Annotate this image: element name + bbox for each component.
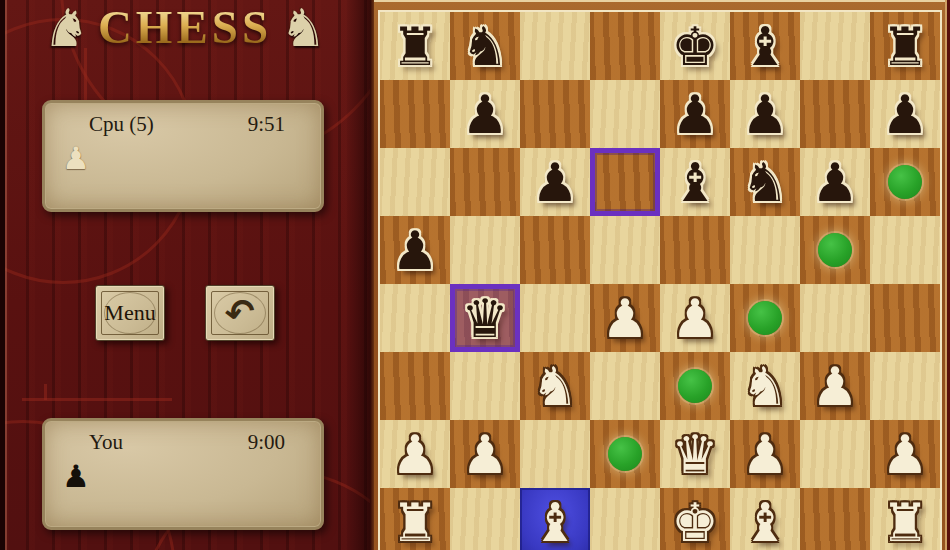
white-rook: ♜: [391, 496, 439, 549]
square-f6[interactable]: ♞: [730, 148, 800, 216]
square-g6[interactable]: ♟: [800, 148, 870, 216]
you-panel-header: You 9:00: [45, 421, 321, 455]
square-d5[interactable]: [590, 216, 660, 284]
white-rook: ♜: [881, 496, 929, 549]
move-hint-dot: [748, 301, 782, 335]
square-e1[interactable]: ♚: [660, 488, 730, 550]
white-king: ♚: [671, 496, 719, 549]
square-a1[interactable]: ♜: [380, 488, 450, 550]
black-pawn: ♟: [741, 88, 789, 141]
cpu-player-name: Cpu (5): [89, 112, 154, 137]
black-pawn: ♟: [671, 88, 719, 141]
square-f7[interactable]: ♟: [730, 80, 800, 148]
chess-board: ♜♞♚♝♜♟♟♟♟♟♝♞♟♟♛♟♟♞♞♟♟♟♛♟♟♜♝♚♝♜: [370, 0, 950, 550]
black-bishop: ♝: [741, 20, 789, 73]
square-d3[interactable]: [590, 352, 660, 420]
square-d1[interactable]: [590, 488, 660, 550]
captured-black-pawn-icon: ♟: [62, 458, 90, 494]
square-e3[interactable]: [660, 352, 730, 420]
move-hint-dot: [608, 437, 642, 471]
square-e8[interactable]: ♚: [660, 12, 730, 80]
square-c8[interactable]: [520, 12, 590, 80]
knight-logo-left-icon: ♞: [43, 2, 90, 54]
black-rook: ♜: [881, 20, 929, 73]
square-h8[interactable]: ♜: [870, 12, 940, 80]
black-queen: ♛: [461, 292, 509, 345]
square-f8[interactable]: ♝: [730, 12, 800, 80]
board-frame-left-edge: [370, 0, 374, 550]
square-h6[interactable]: [870, 148, 940, 216]
square-h7[interactable]: ♟: [870, 80, 940, 148]
square-f2[interactable]: ♟: [730, 420, 800, 488]
square-c7[interactable]: [520, 80, 590, 148]
white-pawn: ♟: [741, 428, 789, 481]
square-g5[interactable]: [800, 216, 870, 284]
square-g3[interactable]: ♟: [800, 352, 870, 420]
square-d6[interactable]: [590, 148, 660, 216]
black-pawn: ♟: [391, 224, 439, 277]
menu-button[interactable]: Menu: [95, 285, 165, 341]
square-f3[interactable]: ♞: [730, 352, 800, 420]
decorative-line: [44, 384, 47, 400]
black-pawn: ♟: [461, 88, 509, 141]
chess-app-window: ♞ CHESS ♞ Cpu (5) 9:51 ♟ Menu ↶ You 9:00: [0, 0, 950, 550]
menu-button-label: Menu: [104, 300, 155, 326]
square-h2[interactable]: ♟: [870, 420, 940, 488]
square-e5[interactable]: [660, 216, 730, 284]
square-a2[interactable]: ♟: [380, 420, 450, 488]
square-c1[interactable]: ♝: [520, 488, 590, 550]
black-king: ♚: [671, 20, 719, 73]
square-f4[interactable]: [730, 284, 800, 352]
square-c5[interactable]: [520, 216, 590, 284]
white-bishop: ♝: [741, 496, 789, 549]
white-pawn: ♟: [461, 428, 509, 481]
square-g8[interactable]: [800, 12, 870, 80]
cpu-clock: 9:51: [248, 112, 285, 137]
square-e7[interactable]: ♟: [660, 80, 730, 148]
square-a4[interactable]: [380, 284, 450, 352]
you-captured-pieces-tray: ♟: [45, 455, 321, 492]
square-e6[interactable]: ♝: [660, 148, 730, 216]
square-h1[interactable]: ♜: [870, 488, 940, 550]
square-g2[interactable]: [800, 420, 870, 488]
white-pawn: ♟: [881, 428, 929, 481]
square-d2[interactable]: [590, 420, 660, 488]
square-b6[interactable]: [450, 148, 520, 216]
white-pawn: ♟: [391, 428, 439, 481]
white-bishop: ♝: [531, 496, 579, 549]
you-player-panel: You 9:00 ♟: [42, 418, 324, 530]
sidebar-right-shadow: [346, 0, 370, 550]
square-a5[interactable]: ♟: [380, 216, 450, 284]
square-b4[interactable]: ♛: [450, 284, 520, 352]
square-f1[interactable]: ♝: [730, 488, 800, 550]
square-h4[interactable]: [870, 284, 940, 352]
cpu-captured-pieces-tray: ♟: [45, 137, 321, 174]
square-h5[interactable]: [870, 216, 940, 284]
cpu-player-panel: Cpu (5) 9:51 ♟: [42, 100, 324, 212]
you-clock: 9:00: [248, 430, 285, 455]
square-f5[interactable]: [730, 216, 800, 284]
square-g1[interactable]: [800, 488, 870, 550]
square-c2[interactable]: [520, 420, 590, 488]
app-title: CHESS: [98, 2, 272, 54]
square-d4[interactable]: ♟: [590, 284, 660, 352]
you-player-name: You: [89, 430, 123, 455]
move-hint-dot: [818, 233, 852, 267]
undo-button[interactable]: ↶: [205, 285, 275, 341]
square-e2[interactable]: ♛: [660, 420, 730, 488]
sidebar: ♞ CHESS ♞ Cpu (5) 9:51 ♟ Menu ↶ You 9:00: [0, 0, 370, 550]
captured-white-pawn-icon: ♟: [62, 140, 90, 176]
square-a8[interactable]: ♜: [380, 12, 450, 80]
white-pawn: ♟: [671, 292, 719, 345]
square-b5[interactable]: [450, 216, 520, 284]
square-a3[interactable]: [380, 352, 450, 420]
black-rook: ♜: [391, 20, 439, 73]
square-a7[interactable]: [380, 80, 450, 148]
undo-arrow-icon: ↶: [223, 293, 258, 333]
move-hint-dot: [678, 369, 712, 403]
move-hint-dot: [888, 165, 922, 199]
black-pawn: ♟: [881, 88, 929, 141]
board-grid: ♜♞♚♝♜♟♟♟♟♟♝♞♟♟♛♟♟♞♞♟♟♟♛♟♟♜♝♚♝♜: [378, 10, 942, 550]
white-knight: ♞: [741, 360, 789, 413]
square-c6[interactable]: ♟: [520, 148, 590, 216]
white-pawn: ♟: [811, 360, 859, 413]
black-knight: ♞: [741, 156, 789, 209]
square-g4[interactable]: [800, 284, 870, 352]
white-knight: ♞: [531, 360, 579, 413]
square-e4[interactable]: ♟: [660, 284, 730, 352]
knight-logo-right-icon: ♞: [280, 2, 327, 54]
square-b3[interactable]: [450, 352, 520, 420]
black-pawn: ♟: [531, 156, 579, 209]
square-c3[interactable]: ♞: [520, 352, 590, 420]
square-d7[interactable]: [590, 80, 660, 148]
board-frame-top-highlight: [370, 0, 950, 2]
square-b1[interactable]: [450, 488, 520, 550]
white-queen: ♛: [671, 428, 719, 481]
black-knight: ♞: [461, 20, 509, 73]
sidebar-left-highlight: [5, 0, 7, 550]
square-b8[interactable]: ♞: [450, 12, 520, 80]
square-b2[interactable]: ♟: [450, 420, 520, 488]
square-c4[interactable]: [520, 284, 590, 352]
square-b7[interactable]: ♟: [450, 80, 520, 148]
white-pawn: ♟: [601, 292, 649, 345]
square-a6[interactable]: [380, 148, 450, 216]
square-h3[interactable]: [870, 352, 940, 420]
square-g7[interactable]: [800, 80, 870, 148]
title-bar: ♞ CHESS ♞: [0, 2, 370, 54]
black-pawn: ♟: [811, 156, 859, 209]
black-bishop: ♝: [671, 156, 719, 209]
square-d8[interactable]: [590, 12, 660, 80]
cpu-panel-header: Cpu (5) 9:51: [45, 103, 321, 137]
